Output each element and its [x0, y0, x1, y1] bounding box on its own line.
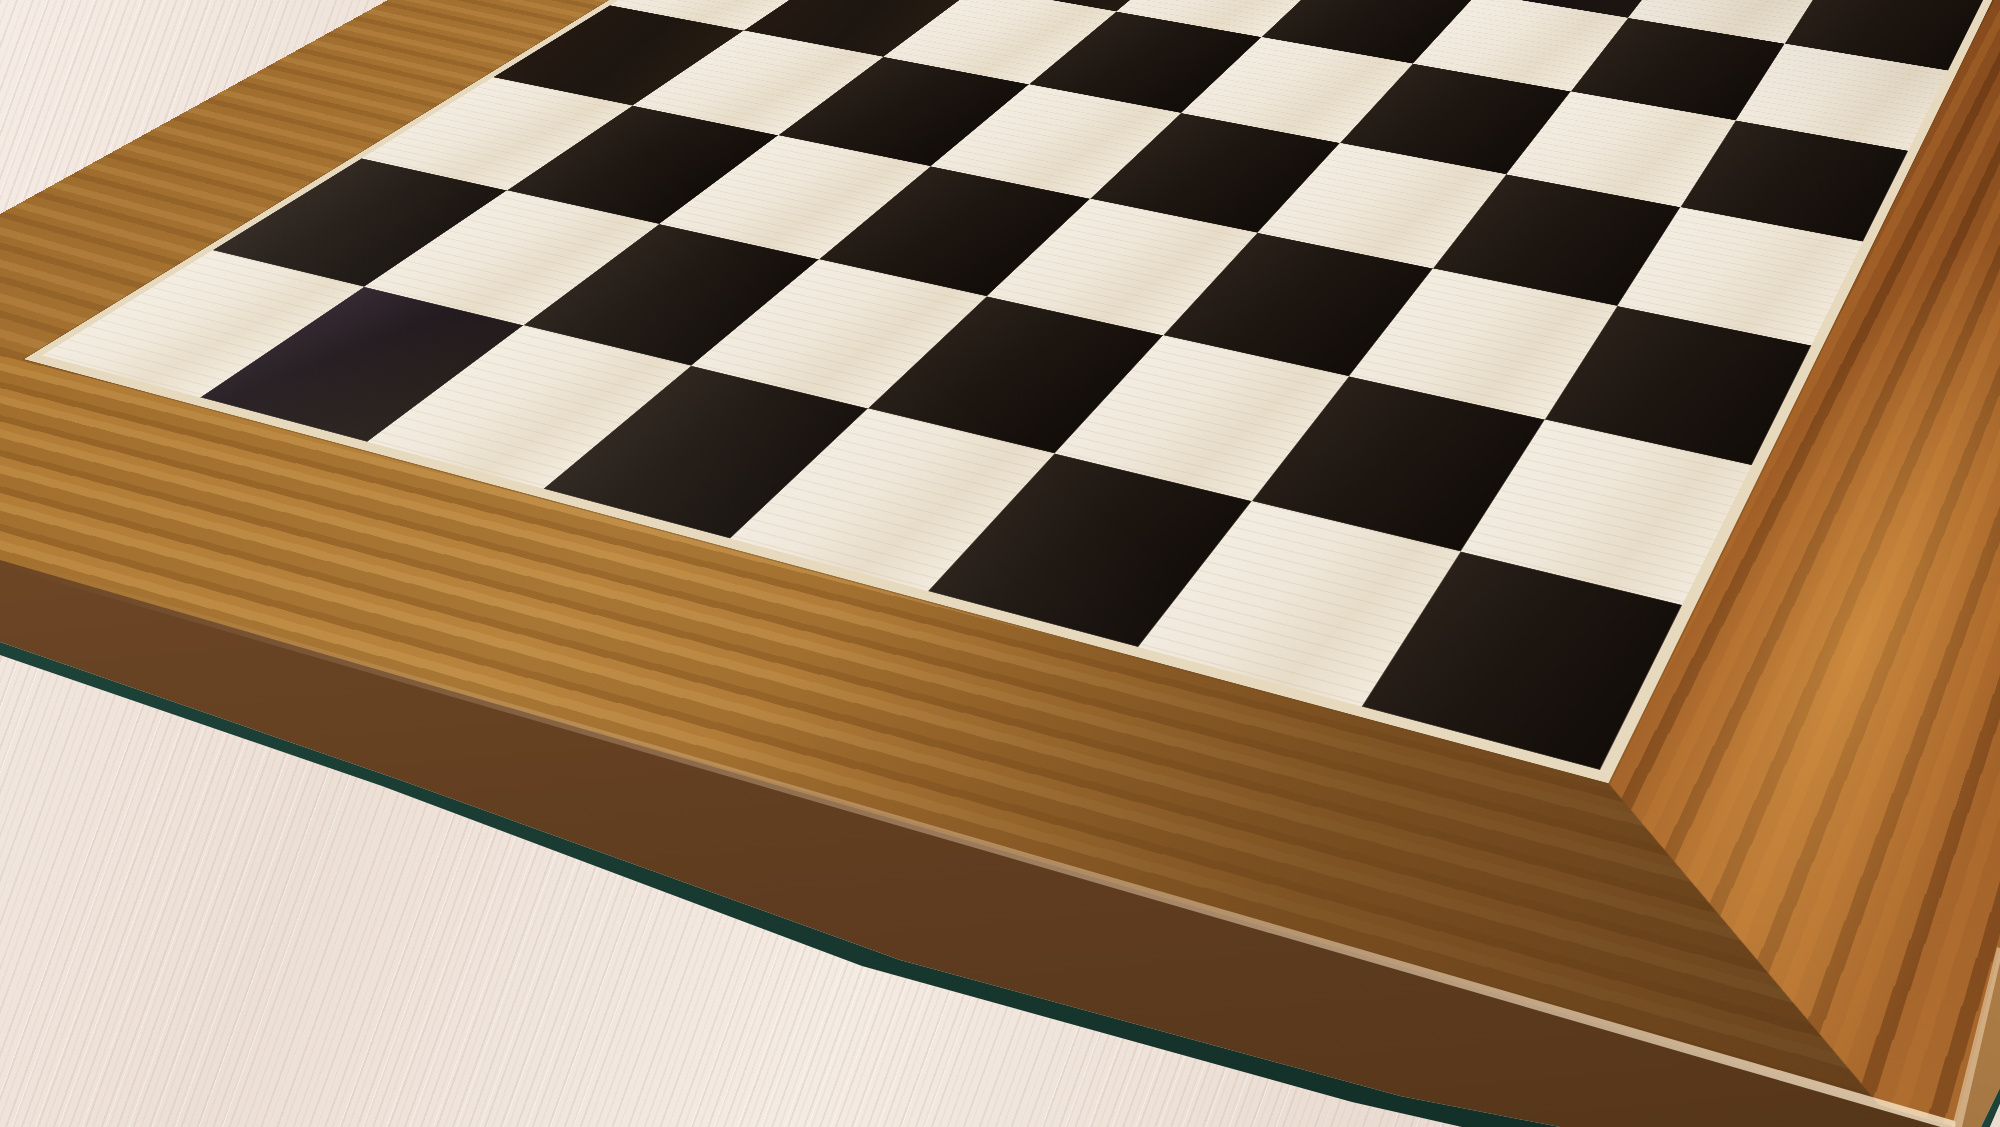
chessboard — [0, 0, 2000, 1127]
chessboard-photo-scene — [0, 0, 2000, 1127]
